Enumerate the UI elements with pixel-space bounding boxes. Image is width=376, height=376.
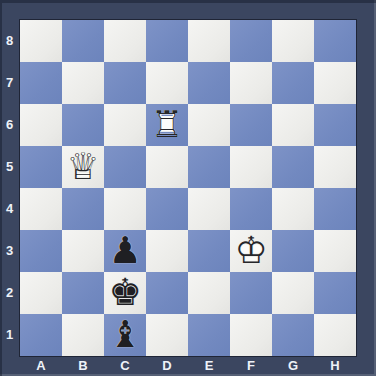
square-h5[interactable] — [314, 146, 356, 188]
square-h8[interactable] — [314, 20, 356, 62]
square-e5[interactable] — [188, 146, 230, 188]
square-d6[interactable]: ♜♖ — [146, 104, 188, 146]
square-b5[interactable]: ♛♕ — [62, 146, 104, 188]
square-f7[interactable] — [230, 62, 272, 104]
square-b4[interactable] — [62, 188, 104, 230]
square-d3[interactable] — [146, 230, 188, 272]
square-e8[interactable] — [188, 20, 230, 62]
square-c8[interactable] — [104, 20, 146, 62]
square-d5[interactable] — [146, 146, 188, 188]
rank-label-5: 5 — [0, 146, 19, 188]
square-c2[interactable]: ♚ — [104, 272, 146, 314]
white-queen-outline: ♕ — [66, 148, 99, 185]
square-h6[interactable] — [314, 104, 356, 146]
square-b7[interactable] — [62, 62, 104, 104]
square-e7[interactable] — [188, 62, 230, 104]
white-king-outline: ♔ — [234, 232, 267, 269]
file-label-a: A — [20, 357, 62, 375]
black-king-piece[interactable]: ♚ — [104, 272, 146, 314]
square-e4[interactable] — [188, 188, 230, 230]
square-e2[interactable] — [188, 272, 230, 314]
square-f4[interactable] — [230, 188, 272, 230]
square-a3[interactable] — [20, 230, 62, 272]
square-b8[interactable] — [62, 20, 104, 62]
square-c3[interactable]: ♟ — [104, 230, 146, 272]
square-d7[interactable] — [146, 62, 188, 104]
square-g4[interactable] — [272, 188, 314, 230]
white-queen-piece[interactable]: ♛♕ — [62, 146, 104, 188]
white-rook-piece[interactable]: ♜♖ — [146, 104, 188, 146]
square-g5[interactable] — [272, 146, 314, 188]
file-label-h: H — [314, 357, 356, 375]
file-label-e: E — [188, 357, 230, 375]
file-label-d: D — [146, 357, 188, 375]
square-c5[interactable] — [104, 146, 146, 188]
square-d8[interactable] — [146, 20, 188, 62]
square-g1[interactable] — [272, 314, 314, 356]
file-label-f: F — [230, 357, 272, 375]
square-a8[interactable] — [20, 20, 62, 62]
square-d1[interactable] — [146, 314, 188, 356]
black-pawn-piece[interactable]: ♟ — [104, 230, 146, 272]
file-label-c: C — [104, 357, 146, 375]
chess-board: ♜♖♛♕♟♚♔♚♝ — [19, 19, 357, 357]
black-bishop-piece[interactable]: ♝ — [104, 314, 146, 356]
black-pawn-glyph: ♟ — [108, 232, 141, 269]
square-e1[interactable] — [188, 314, 230, 356]
square-f5[interactable] — [230, 146, 272, 188]
square-g3[interactable] — [272, 230, 314, 272]
square-g8[interactable] — [272, 20, 314, 62]
rank-label-3: 3 — [0, 230, 19, 272]
square-f8[interactable] — [230, 20, 272, 62]
square-b2[interactable] — [62, 272, 104, 314]
white-rook-outline: ♖ — [150, 106, 183, 143]
square-f3[interactable]: ♚♔ — [230, 230, 272, 272]
black-bishop-glyph: ♝ — [108, 316, 141, 353]
square-g6[interactable] — [272, 104, 314, 146]
square-e3[interactable] — [188, 230, 230, 272]
black-king-glyph: ♚ — [108, 274, 141, 311]
square-a5[interactable] — [20, 146, 62, 188]
rank-label-8: 8 — [0, 20, 19, 62]
white-king-piece[interactable]: ♚♔ — [230, 230, 272, 272]
rank-label-1: 1 — [0, 314, 19, 356]
square-c4[interactable] — [104, 188, 146, 230]
file-label-g: G — [272, 357, 314, 375]
square-a6[interactable] — [20, 104, 62, 146]
square-h3[interactable] — [314, 230, 356, 272]
rank-label-6: 6 — [0, 104, 19, 146]
square-f6[interactable] — [230, 104, 272, 146]
square-c6[interactable] — [104, 104, 146, 146]
square-f1[interactable] — [230, 314, 272, 356]
square-b1[interactable] — [62, 314, 104, 356]
square-h1[interactable] — [314, 314, 356, 356]
square-c1[interactable]: ♝ — [104, 314, 146, 356]
square-g2[interactable] — [272, 272, 314, 314]
square-e6[interactable] — [188, 104, 230, 146]
square-a4[interactable] — [20, 188, 62, 230]
rank-label-7: 7 — [0, 62, 19, 104]
square-c7[interactable] — [104, 62, 146, 104]
square-h4[interactable] — [314, 188, 356, 230]
rank-labels: 8 7 6 5 4 3 2 1 — [0, 20, 19, 356]
chess-board-frame: 8 7 6 5 4 3 2 1 ♜♖♛♕♟♚♔♚♝ A B C D E F G … — [0, 0, 376, 376]
rank-label-2: 2 — [0, 272, 19, 314]
square-a7[interactable] — [20, 62, 62, 104]
square-b3[interactable] — [62, 230, 104, 272]
square-d2[interactable] — [146, 272, 188, 314]
file-label-b: B — [62, 357, 104, 375]
square-h7[interactable] — [314, 62, 356, 104]
square-f2[interactable] — [230, 272, 272, 314]
square-d4[interactable] — [146, 188, 188, 230]
square-g7[interactable] — [272, 62, 314, 104]
rank-label-4: 4 — [0, 188, 19, 230]
square-b6[interactable] — [62, 104, 104, 146]
square-h2[interactable] — [314, 272, 356, 314]
file-labels: A B C D E F G H — [20, 357, 356, 375]
square-a2[interactable] — [20, 272, 62, 314]
square-a1[interactable] — [20, 314, 62, 356]
